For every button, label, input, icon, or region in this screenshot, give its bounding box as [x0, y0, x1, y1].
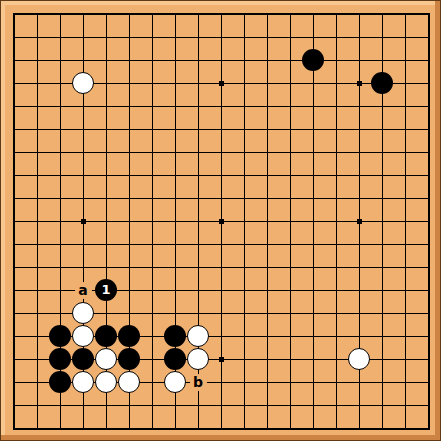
- board-bevel-bottom: [1, 435, 440, 440]
- white-stone: [95, 371, 117, 393]
- move-number-1: 1: [95, 279, 117, 301]
- black-stone: [164, 348, 186, 370]
- white-stone: [72, 72, 94, 94]
- board-bevel-left: [1, 1, 5, 440]
- white-stone: [164, 371, 186, 393]
- black-stone: [118, 348, 140, 370]
- white-stone: [72, 302, 94, 324]
- black-stone: [49, 325, 71, 347]
- black-stone: [49, 348, 71, 370]
- white-stone: [118, 371, 140, 393]
- white-stone: [187, 325, 209, 347]
- star-point: [81, 219, 86, 224]
- black-stone: [95, 325, 117, 347]
- black-stone: [164, 325, 186, 347]
- white-stone: [72, 325, 94, 347]
- white-stone: [95, 348, 117, 370]
- star-point: [219, 357, 224, 362]
- go-board: ab1: [0, 0, 441, 441]
- star-point: [219, 219, 224, 224]
- star-point: [357, 81, 362, 86]
- board-bevel-top: [1, 1, 440, 5]
- star-point: [219, 81, 224, 86]
- black-stone: [302, 49, 324, 71]
- point-label-a: a: [75, 282, 92, 299]
- board-bevel-right: [435, 1, 440, 440]
- point-label-b: b: [190, 374, 207, 391]
- star-point: [357, 219, 362, 224]
- white-stone: [72, 371, 94, 393]
- black-stone: [371, 72, 393, 94]
- white-stone: [348, 348, 370, 370]
- white-stone: [187, 348, 209, 370]
- black-stone: [118, 325, 140, 347]
- black-stone: [49, 371, 71, 393]
- black-stone: [72, 348, 94, 370]
